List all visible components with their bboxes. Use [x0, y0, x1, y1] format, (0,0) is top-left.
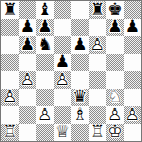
square-e7[interactable]: [71, 19, 89, 37]
black-piece-glyph: ♟: [55, 54, 70, 71]
square-f2[interactable]: [89, 106, 107, 124]
black-piece-glyph: ♟: [72, 36, 87, 53]
piece-black-pawn: ♟: [124, 19, 142, 37]
piece-white-king: ♚♔: [106, 124, 124, 142]
square-e2[interactable]: ♝♗: [71, 106, 89, 124]
square-d8[interactable]: [54, 1, 72, 19]
black-piece-glyph: ♜: [2, 1, 17, 18]
square-f8[interactable]: ♜: [89, 1, 107, 19]
square-d6[interactable]: [54, 36, 72, 54]
piece-black-pawn: ♟: [36, 19, 54, 37]
square-c5[interactable]: [36, 54, 54, 72]
white-piece-outline-glyph: ♕: [55, 124, 70, 141]
square-b8[interactable]: [19, 1, 37, 19]
piece-black-pawn: ♟: [19, 36, 37, 54]
black-piece-glyph: ♟: [20, 36, 35, 53]
square-c3[interactable]: [36, 89, 54, 107]
square-h4[interactable]: [124, 71, 142, 89]
piece-white-pawn: ♟♙: [89, 36, 107, 54]
piece-white-rook: ♜♖: [89, 124, 107, 142]
square-b4[interactable]: ♟♙: [19, 71, 37, 89]
square-a8[interactable]: ♜: [1, 1, 19, 19]
square-g8[interactable]: ♚: [106, 1, 124, 19]
square-g6[interactable]: [106, 36, 124, 54]
piece-black-rook: ♜: [89, 1, 107, 19]
white-piece-outline-glyph: ♗: [72, 106, 87, 123]
white-piece-outline-glyph: ♙: [20, 71, 35, 88]
white-piece-outline-glyph: ♙: [90, 36, 105, 53]
piece-black-king: ♚: [106, 1, 124, 19]
square-d2[interactable]: [54, 106, 72, 124]
square-b7[interactable]: ♟: [19, 19, 37, 37]
square-f1[interactable]: ♜♖: [89, 124, 107, 142]
black-piece-glyph: ♚: [107, 1, 122, 18]
piece-black-pawn: ♟: [19, 19, 37, 37]
piece-white-pawn: ♟♙: [54, 71, 72, 89]
white-piece-outline-glyph: ♘: [107, 89, 122, 106]
white-piece-outline-glyph: ♙: [37, 106, 52, 123]
square-b5[interactable]: [19, 54, 37, 72]
square-a6[interactable]: [1, 36, 19, 54]
square-c6[interactable]: ♞: [36, 36, 54, 54]
square-b1[interactable]: [19, 124, 37, 142]
piece-white-pawn: ♟♙: [1, 89, 19, 107]
square-f6[interactable]: ♟♙: [89, 36, 107, 54]
square-c1[interactable]: [36, 124, 54, 142]
square-c8[interactable]: ♝: [36, 1, 54, 19]
white-piece-outline-glyph: ♖: [2, 124, 17, 141]
square-g5[interactable]: [106, 54, 124, 72]
square-f4[interactable]: [89, 71, 107, 89]
square-f7[interactable]: [89, 19, 107, 37]
black-piece-glyph: ♞: [37, 36, 52, 53]
square-c2[interactable]: ♟♙: [36, 106, 54, 124]
square-h1[interactable]: [124, 124, 142, 142]
white-piece-outline-glyph: ♙: [107, 106, 122, 123]
square-h8[interactable]: [124, 1, 142, 19]
square-a3[interactable]: ♟♙: [1, 89, 19, 107]
square-e8[interactable]: [71, 1, 89, 19]
square-e6[interactable]: ♟: [71, 36, 89, 54]
piece-black-rook: ♜: [1, 1, 19, 19]
piece-white-queen: ♛♕: [54, 124, 72, 142]
piece-white-bishop: ♝♗: [71, 106, 89, 124]
square-c7[interactable]: ♟: [36, 19, 54, 37]
square-c4[interactable]: [36, 71, 54, 89]
square-h6[interactable]: [124, 36, 142, 54]
piece-black-pawn: ♟: [54, 54, 72, 72]
piece-black-pawn: ♟: [106, 19, 124, 37]
square-b2[interactable]: [19, 106, 37, 124]
square-e1[interactable]: [71, 124, 89, 142]
square-h3[interactable]: [124, 89, 142, 107]
square-e5[interactable]: [71, 54, 89, 72]
piece-black-queen: ♛: [71, 89, 89, 107]
square-d7[interactable]: [54, 19, 72, 37]
square-b3[interactable]: [19, 89, 37, 107]
square-d5[interactable]: ♟: [54, 54, 72, 72]
square-f3[interactable]: [89, 89, 107, 107]
black-piece-glyph: ♟: [125, 19, 140, 36]
white-piece-outline-glyph: ♙: [55, 71, 70, 88]
square-g4[interactable]: [106, 71, 124, 89]
piece-black-bishop: ♝: [36, 1, 54, 19]
square-f5[interactable]: [89, 54, 107, 72]
square-d3[interactable]: [54, 89, 72, 107]
white-piece-outline-glyph: ♖: [90, 124, 105, 141]
black-piece-glyph: ♟: [20, 19, 35, 36]
square-d1[interactable]: ♛♕: [54, 124, 72, 142]
square-e4[interactable]: [71, 71, 89, 89]
black-piece-glyph: ♟: [107, 19, 122, 36]
square-h2[interactable]: ♟♙: [124, 106, 142, 124]
piece-white-rook: ♜♖: [1, 124, 19, 142]
square-h7[interactable]: ♟: [124, 19, 142, 37]
square-g7[interactable]: ♟: [106, 19, 124, 37]
piece-black-pawn: ♟: [71, 36, 89, 54]
square-a2[interactable]: [1, 106, 19, 124]
white-piece-outline-glyph: ♔: [107, 124, 122, 141]
chess-board: ♜♝♜♚♟♟♟♟♟♞♟♟♙♟♟♙♟♙♟♙♛♞♘♟♙♝♗♟♙♟♙♜♖♛♕♜♖♚♔: [0, 0, 142, 142]
piece-white-pawn: ♟♙: [106, 106, 124, 124]
square-e3[interactable]: ♛: [71, 89, 89, 107]
piece-white-knight: ♞♘: [106, 89, 124, 107]
black-piece-glyph: ♛: [72, 89, 87, 106]
white-piece-outline-glyph: ♙: [125, 106, 140, 123]
square-g2[interactable]: ♟♙: [106, 106, 124, 124]
piece-black-knight: ♞: [36, 36, 54, 54]
square-a1[interactable]: ♜♖: [1, 124, 19, 142]
square-g1[interactable]: ♚♔: [106, 124, 124, 142]
square-a7[interactable]: [1, 19, 19, 37]
black-piece-glyph: ♝: [37, 1, 52, 18]
square-d4[interactable]: ♟♙: [54, 71, 72, 89]
square-a5[interactable]: [1, 54, 19, 72]
piece-white-pawn: ♟♙: [19, 71, 37, 89]
black-piece-glyph: ♜: [90, 1, 105, 18]
black-piece-glyph: ♟: [37, 19, 52, 36]
square-b6[interactable]: ♟: [19, 36, 37, 54]
square-h5[interactable]: [124, 54, 142, 72]
piece-white-pawn: ♟♙: [36, 106, 54, 124]
square-a4[interactable]: [1, 71, 19, 89]
white-piece-outline-glyph: ♙: [2, 89, 17, 106]
square-g3[interactable]: ♞♘: [106, 89, 124, 107]
piece-white-pawn: ♟♙: [124, 106, 142, 124]
